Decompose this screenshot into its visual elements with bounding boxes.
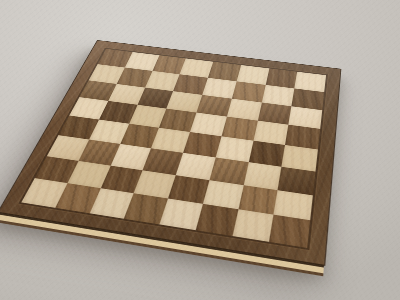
square-r8-c7-light: [232, 209, 274, 242]
photo-backdrop: [0, 0, 400, 300]
square-r8-c6-dark: [195, 204, 237, 236]
chess-board: [0, 41, 340, 265]
square-r8-c8-dark: [269, 215, 310, 248]
board-grid: [21, 49, 326, 248]
